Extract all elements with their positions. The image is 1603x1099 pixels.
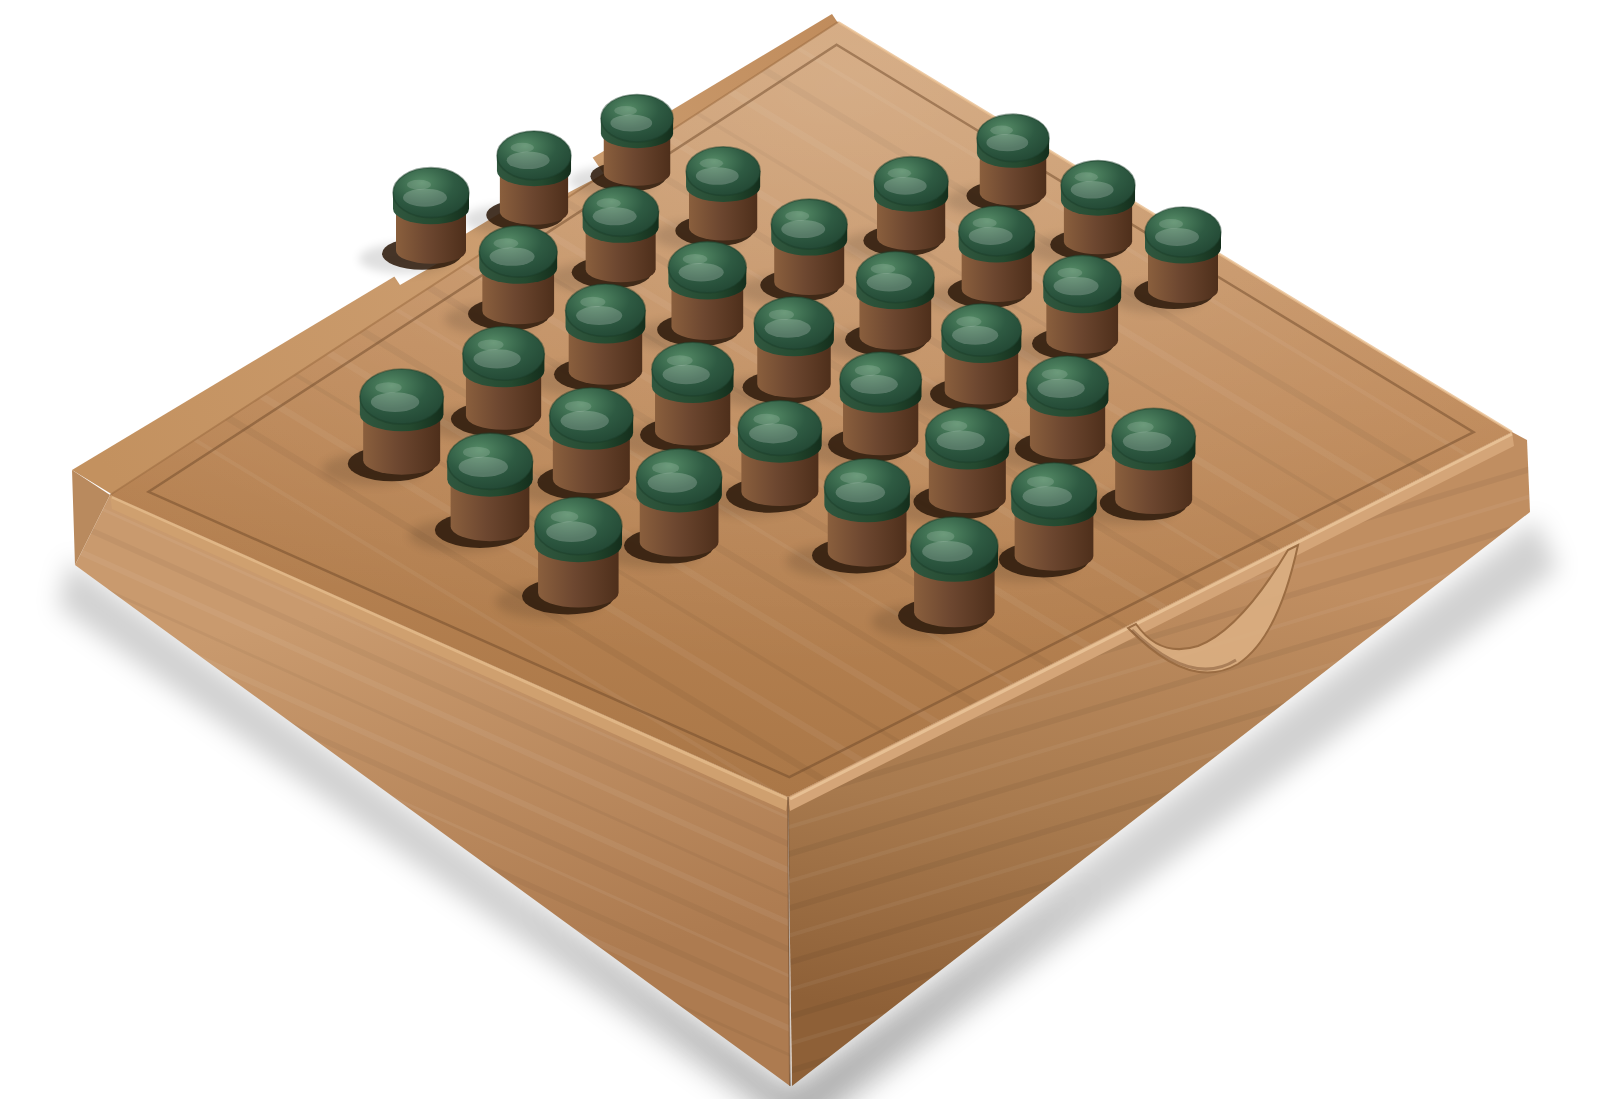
peg-r6c4 [550, 388, 634, 494]
peg-gloss [648, 472, 698, 492]
peg-r3c4 [856, 251, 934, 349]
peg-gloss [922, 541, 973, 562]
peg-r5c6 [824, 459, 910, 567]
peg-r1c4 [1061, 161, 1135, 255]
peg-gloss [546, 521, 597, 542]
solitaire-box-photo [0, 0, 1603, 1099]
peg-gloss [1054, 277, 1099, 295]
peg-gloss [884, 177, 927, 195]
peg-gloss [765, 319, 811, 338]
peg-gloss [986, 134, 1028, 151]
peg-gloss [403, 189, 447, 207]
peg-r4c2 [583, 186, 659, 282]
peg-gloss [836, 482, 886, 502]
peg-r6c3 [463, 327, 545, 430]
peg-gloss [473, 349, 520, 368]
peg-gloss [937, 430, 985, 450]
peg-r6c5 [636, 449, 722, 557]
peg-r3c2 [686, 147, 760, 241]
peg-gloss [1155, 228, 1199, 246]
peg-gloss [867, 273, 912, 291]
peg-gloss [851, 375, 898, 394]
peg-gloss [1123, 431, 1171, 451]
product-photo-scene: ●●●●●●●●●●●●●●●●●●●●●●●●●●●●●●●●● [0, 0, 1603, 1099]
peg-gloss [952, 326, 998, 345]
peg-gloss [507, 152, 550, 170]
peg-r2c5 [1043, 255, 1121, 353]
peg-r4c5 [840, 352, 922, 455]
peg-gloss [459, 457, 509, 477]
peg-gloss [679, 263, 724, 281]
peg-gloss [781, 220, 825, 238]
peg-r5c5 [738, 400, 822, 506]
peg-r1c3 [977, 114, 1049, 205]
hole-r5c1 [359, 168, 469, 274]
peg-gloss [593, 207, 637, 225]
peg-r7c5 [535, 497, 622, 607]
peg-gloss [1023, 486, 1073, 506]
peg-r5c2 [479, 226, 557, 324]
peg-gloss [663, 365, 710, 384]
peg-gloss [490, 247, 535, 265]
peg-r5c3 [566, 284, 646, 385]
peg-r5c4 [652, 342, 734, 445]
peg-r4c7 [1011, 463, 1097, 571]
peg-r4c6 [926, 407, 1010, 513]
hole-r3c1 [569, 94, 674, 195]
peg-r7c4 [447, 433, 533, 541]
peg-gloss [969, 227, 1013, 245]
peg-r2c4 [959, 206, 1035, 302]
peg-gloss [749, 424, 797, 444]
peg-r4c1 [497, 131, 571, 225]
peg-r2c3 [874, 157, 948, 251]
peg-r3c1 [601, 94, 673, 185]
peg-r3c7 [1112, 408, 1196, 514]
peg-r5c1 [393, 168, 469, 264]
peg-gloss [371, 392, 419, 412]
peg-r4c3 [668, 242, 746, 340]
peg-gloss [610, 114, 652, 131]
peg-r5c7 [911, 517, 998, 627]
peg-r1c5 [1145, 207, 1221, 303]
peg-gloss [576, 306, 622, 325]
peg-r7c3 [360, 369, 444, 475]
peg-r3c5 [942, 304, 1022, 405]
peg-r3c6 [1027, 356, 1109, 459]
peg-gloss [1037, 379, 1084, 398]
peg-gloss [561, 411, 609, 431]
hole-r4c1 [464, 131, 571, 234]
peg-r3c3 [771, 199, 847, 295]
peg-gloss [1071, 181, 1114, 199]
peg-r4c4 [754, 297, 834, 398]
peg-gloss [696, 167, 739, 185]
